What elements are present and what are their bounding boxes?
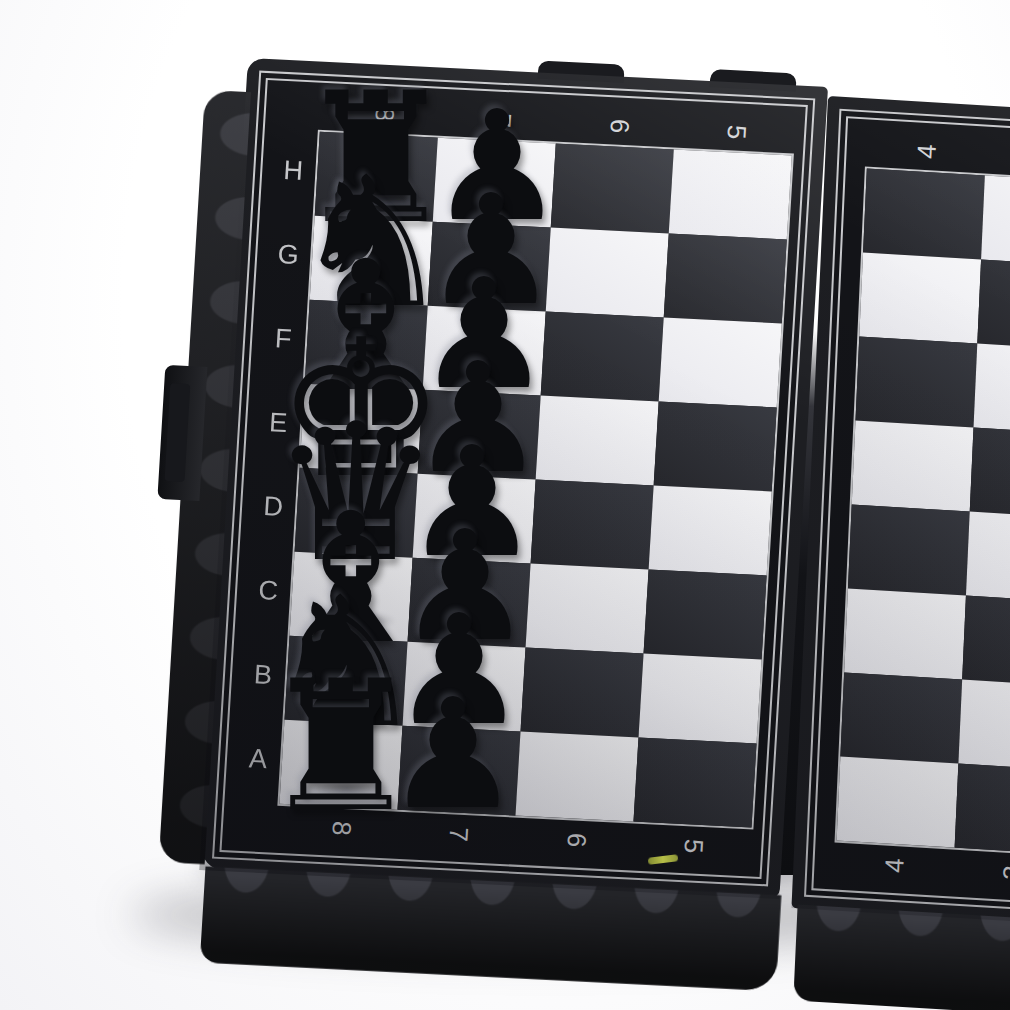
- square-a5: [633, 738, 756, 828]
- strip-corner: [275, 109, 325, 112]
- strip-corner: [232, 823, 282, 826]
- rank-label-cell: 6: [559, 107, 678, 144]
- square-c4: [844, 589, 966, 680]
- rank-label-6-bottom: 6: [560, 832, 592, 848]
- square-f7: [423, 306, 546, 396]
- square-f6: [541, 312, 664, 402]
- rank-label-cell: 8: [324, 96, 443, 133]
- square-b4: [840, 673, 962, 764]
- file-label-E: E: [268, 407, 288, 439]
- square-b5: [639, 654, 762, 744]
- file-label-cell: D: [249, 464, 298, 550]
- rank-label-cell: 7: [399, 815, 518, 852]
- square-c6: [526, 564, 649, 654]
- square-c7: [408, 558, 531, 648]
- square-f4: [856, 337, 978, 428]
- file-label-A: A: [248, 743, 268, 775]
- rank-label-8-top: 8: [368, 106, 400, 122]
- square-c5: [644, 570, 767, 660]
- file-label-cell: C: [244, 548, 293, 634]
- board-sticker-right: 43214321: [804, 109, 1010, 929]
- rank-label-cell: 7: [442, 101, 561, 138]
- square-a3: [955, 764, 1010, 855]
- file-label-D: D: [263, 491, 284, 523]
- rank-label-cell: 3: [953, 853, 1010, 891]
- rank-label-cell: 3: [985, 139, 1010, 177]
- square-d8: [295, 468, 418, 558]
- left-grid: 8765HGFEDCBA8765: [231, 90, 796, 868]
- case-side-bottom-scallops: [200, 866, 782, 991]
- file-label-cell: H: [269, 128, 318, 214]
- rank-label-6-top: 6: [603, 118, 635, 134]
- square-e8: [300, 384, 423, 474]
- file-label-cell: G: [264, 212, 313, 298]
- square-g7: [428, 222, 551, 312]
- square-e4: [852, 421, 974, 512]
- rank-label-4-top: 4: [911, 143, 943, 159]
- square-d4: [848, 505, 970, 596]
- square-c3: [962, 596, 1010, 687]
- rank-label-cell: 4: [867, 132, 986, 170]
- rank-label-4-bottom: 4: [879, 857, 911, 873]
- file-label-G: G: [277, 239, 300, 271]
- rank-label-5-bottom: 5: [678, 838, 710, 854]
- rank-label-cell: 4: [835, 846, 954, 884]
- square-b7: [403, 642, 526, 732]
- board-half-left: 8765HGFEDCBA8765: [199, 58, 828, 899]
- photo-scene: 8765HGFEDCBA8765 43214321 ♜♟♞♟♝♟♚♟♛♟♝♟♞♟…: [0, 0, 1010, 1010]
- hinge-bump: [710, 69, 797, 91]
- square-e5: [654, 402, 777, 492]
- square-d5: [649, 486, 772, 576]
- square-e7: [418, 390, 541, 480]
- file-label-H: H: [283, 155, 304, 187]
- file-label-cell: F: [259, 296, 308, 382]
- square-f3: [974, 344, 1010, 435]
- square-b3: [958, 680, 1010, 771]
- square-a6: [515, 732, 638, 822]
- file-label-cell: E: [254, 380, 303, 466]
- square-h8: [315, 132, 438, 222]
- strip-corner: [824, 861, 836, 862]
- square-h6: [551, 144, 674, 234]
- hinge-bump: [538, 61, 625, 83]
- rank-label-7-bottom: 7: [443, 826, 475, 842]
- square-h7: [433, 138, 556, 228]
- square-g6: [546, 228, 669, 318]
- square-h4: [863, 169, 985, 260]
- clasp-tab: [157, 365, 207, 501]
- square-d7: [413, 474, 536, 564]
- square-g4: [859, 253, 981, 344]
- square-a4: [837, 757, 959, 848]
- square-f5: [659, 318, 782, 408]
- rank-label-5-top: 5: [720, 124, 752, 140]
- square-h3: [981, 176, 1010, 267]
- square-a7: [397, 726, 520, 816]
- square-f8: [305, 300, 428, 390]
- square-d3: [966, 512, 1010, 603]
- square-g5: [664, 234, 787, 324]
- right-grid: 43214321: [823, 128, 1010, 910]
- rank-label-8-bottom: 8: [325, 820, 357, 836]
- file-label-F: F: [274, 323, 292, 355]
- square-g3: [977, 260, 1010, 351]
- strip-corner: [856, 147, 868, 148]
- file-label-C: C: [258, 575, 279, 607]
- board-sticker-left: 8765HGFEDCBA8765: [212, 71, 815, 887]
- rank-label-cell: 5: [677, 113, 796, 150]
- file-label-cell: A: [234, 716, 283, 802]
- square-g8: [310, 216, 433, 306]
- square-h5: [669, 150, 792, 240]
- checkerboard: [835, 166, 1010, 871]
- rank-label-cell: 8: [281, 810, 400, 847]
- square-a8: [279, 720, 402, 810]
- file-label-cell: B: [239, 632, 288, 718]
- square-d6: [531, 480, 654, 570]
- square-b6: [521, 648, 644, 738]
- rank-label-7-top: 7: [485, 112, 517, 128]
- board-half-right: 43214321: [791, 96, 1010, 942]
- square-b8: [285, 636, 408, 726]
- square-c8: [290, 552, 413, 642]
- file-label-B: B: [253, 659, 273, 691]
- case-side-bottom-scallops: [793, 904, 1010, 1010]
- checkerboard: [277, 130, 794, 830]
- square-e6: [536, 396, 659, 486]
- rank-label-3-bottom: 3: [997, 864, 1010, 880]
- rank-label-cell: 6: [516, 821, 635, 858]
- square-e3: [970, 428, 1010, 519]
